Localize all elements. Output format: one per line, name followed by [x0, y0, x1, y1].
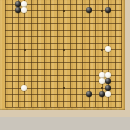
grid-line — [5, 69, 122, 70]
white-stone — [99, 72, 105, 78]
white-stone — [105, 46, 111, 52]
grid-line — [5, 23, 122, 24]
grid-line — [5, 107, 122, 108]
star-point — [101, 49, 103, 51]
star-point — [63, 10, 65, 12]
star-point — [63, 49, 65, 51]
black-stone — [99, 91, 105, 97]
white-stone — [105, 72, 111, 78]
grid-line — [5, 36, 122, 37]
black-stone — [105, 85, 111, 91]
white-stone — [21, 7, 27, 13]
white-stone — [21, 1, 27, 7]
black-stone — [15, 7, 21, 13]
grid-line — [5, 30, 122, 31]
black-stone — [15, 1, 21, 7]
black-stone — [105, 78, 111, 84]
white-stone — [99, 78, 105, 84]
grid-line — [5, 43, 122, 44]
grid-line — [5, 62, 122, 63]
grid-line — [5, 56, 122, 57]
star-point — [101, 10, 103, 12]
black-stone — [86, 91, 92, 97]
white-stone — [105, 91, 111, 97]
go-board[interactable] — [0, 0, 125, 110]
go-app-background — [0, 0, 130, 130]
grid-line — [5, 101, 122, 102]
black-stone — [86, 7, 92, 13]
star-point — [24, 49, 26, 51]
grid-line — [5, 17, 122, 18]
black-stone — [105, 7, 111, 13]
white-stone — [21, 85, 27, 91]
